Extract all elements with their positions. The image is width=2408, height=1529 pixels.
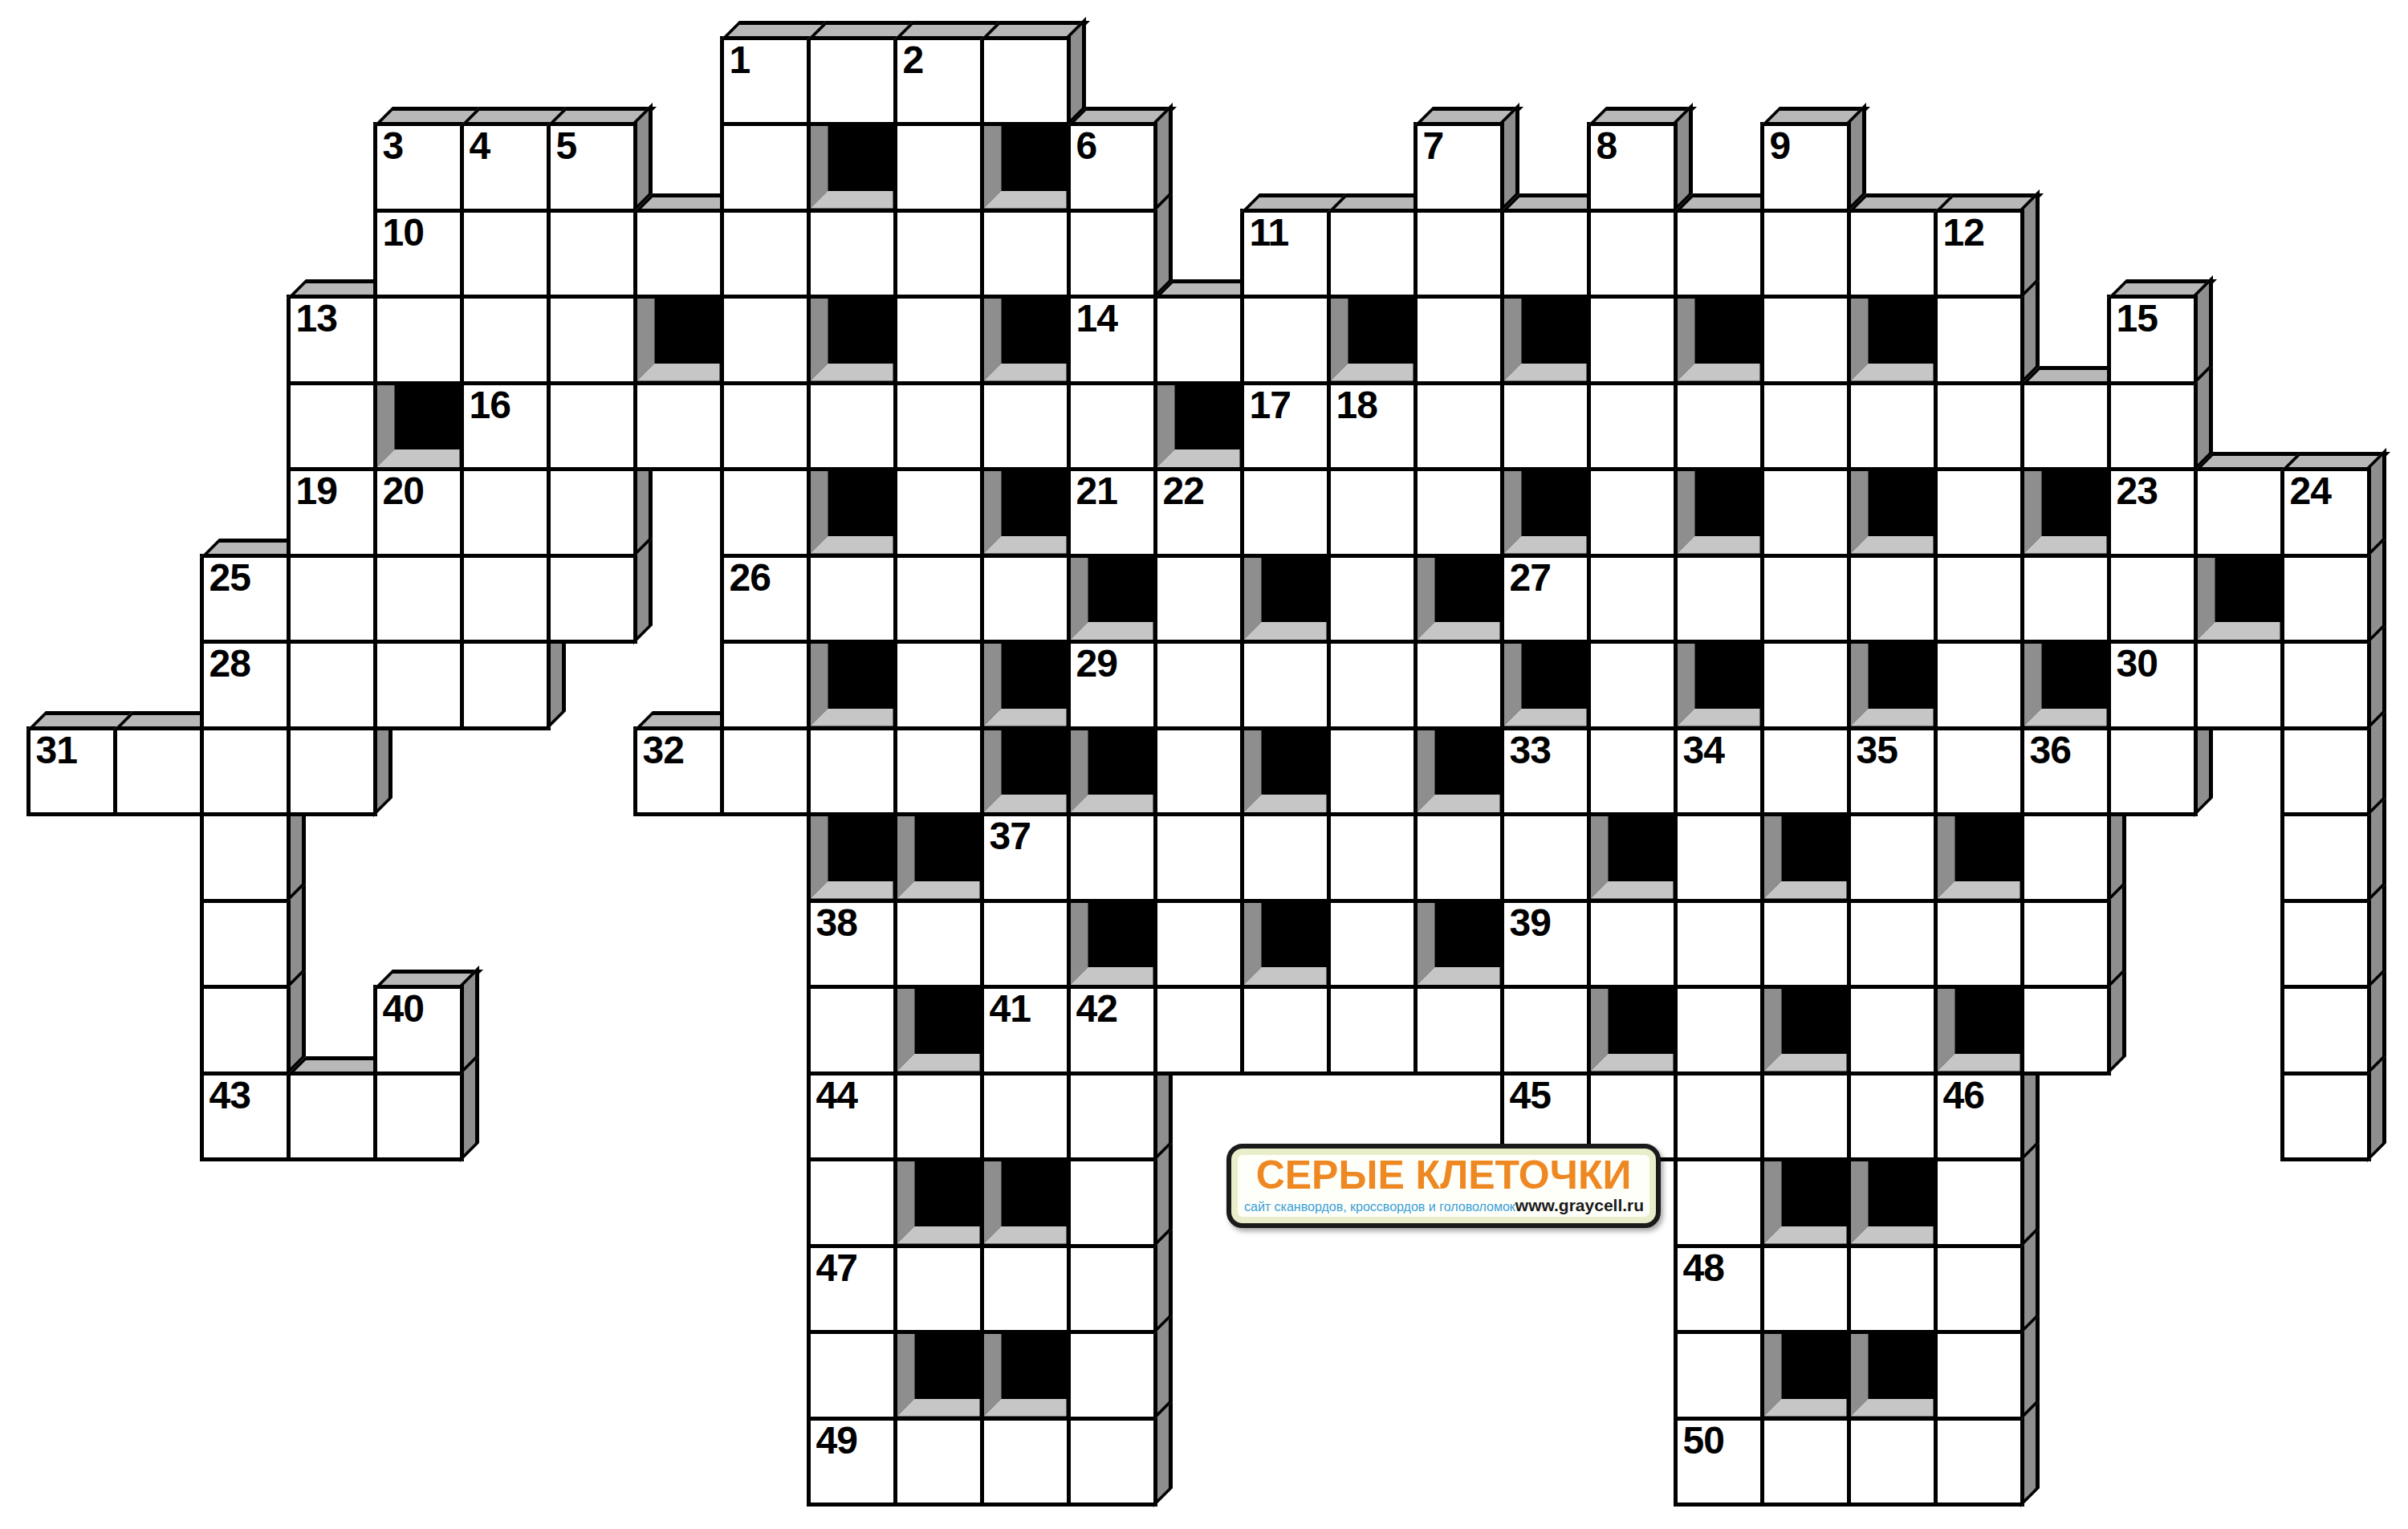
white-cell[interactable] [1153,812,1244,903]
white-cell[interactable] [893,381,984,472]
clue-number: 31 [36,731,77,771]
white-cell[interactable] [2020,812,2111,903]
clue-number: 46 [1943,1076,1984,1116]
white-cell[interactable]: 18 [1327,381,1418,472]
white-cell[interactable] [2020,381,2111,472]
white-cell[interactable] [1847,554,1938,645]
white-cell[interactable] [1934,1330,2024,1421]
clue-number: 17 [1250,386,1291,425]
white-cell[interactable] [893,1417,984,1507]
white-cell[interactable] [980,899,1071,990]
black-cell [893,1157,984,1248]
white-cell[interactable] [200,726,291,817]
white-cell[interactable] [1847,812,1938,903]
white-cell[interactable] [633,381,724,472]
clue-number: 1 [730,41,750,80]
white-cell[interactable] [1153,640,1244,730]
white-cell[interactable] [1587,209,1678,299]
clue-number: 12 [1943,213,1984,253]
white-cell[interactable] [1153,295,1244,385]
white-cell[interactable]: 44 [807,1072,897,1162]
white-cell[interactable] [807,985,897,1076]
white-cell[interactable] [807,1330,897,1421]
black-cell [2194,554,2284,645]
white-cell[interactable] [1500,209,1591,299]
clue-number: 16 [470,386,510,425]
white-cell[interactable]: 38 [807,899,897,990]
white-cell[interactable]: 13 [287,295,377,385]
white-cell[interactable] [287,726,377,817]
clue-number: 19 [296,472,337,511]
white-cell[interactable] [1934,640,2024,730]
white-cell[interactable] [2280,812,2371,903]
white-cell[interactable]: 17 [1240,381,1331,472]
white-cell[interactable] [2280,554,2371,645]
white-cell[interactable] [1240,812,1331,903]
white-cell[interactable] [893,640,984,730]
white-cell[interactable] [287,381,377,472]
black-cell [1847,1330,1938,1421]
white-cell[interactable] [1067,1417,1157,1507]
white-cell[interactable] [893,899,984,990]
page: { "game": "crossword (Russian numbered c… [0,0,2408,1529]
white-cell[interactable] [1760,640,1851,730]
white-cell[interactable]: 34 [1674,726,1764,817]
white-cell[interactable]: 32 [633,726,724,817]
white-cell[interactable] [1760,899,1851,990]
white-cell[interactable]: 12 [1934,209,2024,299]
white-cell[interactable] [1760,1244,1851,1335]
black-cell [1500,467,1591,558]
white-cell[interactable]: 27 [1500,554,1591,645]
white-cell[interactable] [1240,985,1331,1076]
black-cell [2020,467,2111,558]
clue-number: 14 [1076,299,1117,339]
white-cell[interactable] [1934,1244,2024,1335]
black-cell [893,1330,984,1421]
white-cell[interactable] [1500,985,1591,1076]
white-cell[interactable] [980,554,1071,645]
white-cell[interactable] [2194,467,2284,558]
white-cell[interactable] [1674,554,1764,645]
white-cell[interactable] [113,726,204,817]
white-cell[interactable] [1413,381,1504,472]
black-cell [1760,812,1851,903]
white-cell[interactable] [1587,467,1678,558]
white-cell[interactable]: 43 [200,1072,291,1162]
black-cell [980,1157,1071,1248]
black-cell [373,381,464,472]
white-cell[interactable] [1674,1330,1764,1421]
white-cell[interactable] [1934,295,2024,385]
white-cell[interactable] [980,1244,1071,1335]
black-cell [1413,554,1504,645]
white-cell[interactable] [1587,899,1678,990]
white-cell[interactable] [1587,554,1678,645]
white-cell[interactable]: 20 [373,467,464,558]
black-cell [980,122,1071,213]
white-cell[interactable] [980,209,1071,299]
white-cell[interactable] [1934,1417,2024,1507]
white-cell[interactable] [2020,899,2111,990]
white-cell[interactable] [1153,554,1244,645]
white-cell[interactable]: 8 [1587,122,1678,213]
white-cell[interactable] [1067,381,1157,472]
clue-number: 49 [816,1421,857,1461]
clue-number: 27 [1510,559,1551,598]
black-cell [1760,1330,1851,1421]
white-cell[interactable] [1760,1072,1851,1162]
white-cell[interactable]: 5 [547,122,637,213]
white-cell[interactable] [807,554,897,645]
white-cell[interactable] [287,1072,377,1162]
white-cell[interactable] [2280,985,2371,1076]
white-cell[interactable]: 3 [373,122,464,213]
white-cell[interactable] [893,209,984,299]
black-cell [1587,812,1678,903]
white-cell[interactable] [893,1244,984,1335]
white-cell[interactable]: 19 [287,467,377,558]
black-cell [1067,726,1157,817]
white-cell[interactable] [1587,295,1678,385]
white-cell[interactable] [1327,209,1418,299]
clue-number: 42 [1076,990,1117,1029]
white-cell[interactable] [1847,1417,1938,1507]
white-cell[interactable]: 1 [720,36,811,127]
white-cell[interactable]: 30 [2107,640,2198,730]
white-cell[interactable] [720,295,811,385]
white-cell[interactable] [1240,467,1331,558]
clue-number: 48 [1683,1249,1724,1288]
clue-number: 10 [383,213,424,253]
white-cell[interactable]: 46 [1934,1072,2024,1162]
black-cell [1500,295,1591,385]
black-cell [1067,899,1157,990]
white-cell[interactable] [1847,1072,1938,1162]
white-cell[interactable] [460,640,551,730]
white-cell[interactable] [2280,1072,2371,1162]
clue-number: 40 [383,990,424,1029]
black-cell [1934,812,2024,903]
black-cell [633,295,724,385]
clue-number: 47 [816,1249,857,1288]
white-cell[interactable] [547,295,637,385]
white-cell[interactable] [1760,554,1851,645]
white-cell[interactable]: 36 [2020,726,2111,817]
black-cell [1847,640,1938,730]
white-cell[interactable] [1067,1330,1157,1421]
white-cell[interactable]: 37 [980,812,1071,903]
white-cell[interactable] [1934,467,2024,558]
white-cell[interactable] [1760,295,1851,385]
white-cell[interactable] [720,122,811,213]
white-cell[interactable] [1847,899,1938,990]
white-cell[interactable]: 29 [1067,640,1157,730]
white-cell[interactable]: 49 [807,1417,897,1507]
white-cell[interactable]: 6 [1067,122,1157,213]
white-cell[interactable] [1674,899,1764,990]
white-cell[interactable] [893,726,984,817]
clue-number: 50 [1683,1421,1724,1461]
white-cell[interactable] [1413,640,1504,730]
clue-number: 26 [730,559,771,598]
white-cell[interactable] [720,209,811,299]
white-cell[interactable] [720,467,811,558]
black-cell [807,812,897,903]
white-cell[interactable] [373,554,464,645]
white-cell[interactable] [807,381,897,472]
clue-number: 21 [1076,472,1117,511]
white-cell[interactable] [1240,295,1331,385]
white-cell[interactable] [1240,640,1331,730]
graycell-logo: СЕРЫЕ КЛЕТОЧКИ сайт сканвордов, кроссвор… [1226,1144,1661,1228]
white-cell[interactable] [1327,726,1418,817]
white-cell[interactable] [807,1157,897,1248]
white-cell[interactable] [2020,554,2111,645]
clue-number: 34 [1683,731,1724,771]
white-cell[interactable]: 14 [1067,295,1157,385]
white-cell[interactable] [1760,1417,1851,1507]
white-cell[interactable] [1674,812,1764,903]
white-cell[interactable] [460,209,551,299]
white-cell[interactable] [893,122,984,213]
black-cell [1500,640,1591,730]
white-cell[interactable]: 4 [460,122,551,213]
white-cell[interactable]: 47 [807,1244,897,1335]
white-cell[interactable]: 42 [1067,985,1157,1076]
logo-subtitle: сайт сканвордов, кроссвордов и головолом… [1244,1200,1515,1214]
black-cell [1847,467,1938,558]
black-cell [807,467,897,558]
white-cell[interactable] [893,554,984,645]
black-cell [1674,295,1764,385]
white-cell[interactable] [2020,985,2111,1076]
clue-number: 35 [1857,731,1898,771]
white-cell[interactable] [893,295,984,385]
white-cell[interactable]: 24 [2280,467,2371,558]
white-cell[interactable] [1587,726,1678,817]
white-cell[interactable]: 10 [373,209,464,299]
white-cell[interactable] [633,209,724,299]
clue-number: 2 [903,41,924,80]
white-cell[interactable] [547,467,637,558]
white-cell[interactable]: 2 [893,36,984,127]
black-cell [1413,726,1504,817]
white-cell[interactable] [980,36,1071,127]
white-cell[interactable] [980,1417,1071,1507]
white-cell[interactable] [460,467,551,558]
white-cell[interactable] [287,554,377,645]
black-cell [1847,295,1938,385]
black-cell [807,640,897,730]
white-cell[interactable] [1934,899,2024,990]
white-cell[interactable] [460,554,551,645]
white-cell[interactable]: 28 [200,640,291,730]
black-cell [1760,985,1851,1076]
white-cell[interactable] [1760,209,1851,299]
clue-number: 25 [209,559,250,598]
white-cell[interactable] [2107,381,2198,472]
white-cell[interactable]: 35 [1847,726,1938,817]
white-cell[interactable] [1153,899,1244,990]
black-cell [807,122,897,213]
white-cell[interactable] [1674,985,1764,1076]
clue-number: 39 [1510,904,1551,943]
clue-number: 45 [1510,1076,1551,1116]
clue-number: 4 [470,127,490,166]
white-cell[interactable]: 21 [1067,467,1157,558]
clue-number: 32 [643,731,684,771]
white-cell[interactable]: 26 [720,554,811,645]
black-cell [1240,899,1331,990]
white-cell[interactable] [200,985,291,1076]
white-cell[interactable] [1067,1244,1157,1335]
white-cell[interactable] [1327,640,1418,730]
white-cell[interactable]: 40 [373,985,464,1076]
clue-number: 3 [383,127,404,166]
white-cell[interactable] [287,640,377,730]
white-cell[interactable] [1934,1157,2024,1248]
white-cell[interactable] [2280,640,2371,730]
white-cell[interactable] [980,381,1071,472]
white-cell[interactable] [1934,381,2024,472]
white-cell[interactable] [1500,812,1591,903]
white-cell[interactable] [1847,1244,1938,1335]
white-cell[interactable] [1067,812,1157,903]
white-cell[interactable] [1067,1072,1157,1162]
white-cell[interactable]: 25 [200,554,291,645]
black-cell [893,985,984,1076]
clue-number: 8 [1597,127,1617,166]
white-cell[interactable] [720,640,811,730]
white-cell[interactable] [1674,1157,1764,1248]
clue-number: 36 [2030,731,2071,771]
logo-title: СЕРЫЕ КЛЕТОЧКИ [1256,1155,1632,1195]
white-cell[interactable] [1413,812,1504,903]
white-cell[interactable] [1327,467,1418,558]
white-cell[interactable]: 50 [1674,1417,1764,1507]
white-cell[interactable] [807,726,897,817]
black-cell [1674,640,1764,730]
white-cell[interactable] [373,640,464,730]
black-cell [1240,554,1331,645]
white-cell[interactable] [1674,209,1764,299]
white-cell[interactable] [980,1072,1071,1162]
white-cell[interactable] [1153,726,1244,817]
white-cell[interactable] [547,381,637,472]
black-cell [1327,295,1418,385]
white-cell[interactable]: 7 [1413,122,1504,213]
white-cell[interactable] [1674,381,1764,472]
white-cell[interactable] [1500,381,1591,472]
white-cell[interactable] [2107,554,2198,645]
clue-number: 15 [2117,299,2158,339]
white-cell[interactable] [460,295,551,385]
white-cell[interactable] [1760,381,1851,472]
black-cell [980,467,1071,558]
white-cell[interactable] [547,554,637,645]
clue-number: 9 [1770,127,1791,166]
white-cell[interactable] [893,467,984,558]
white-cell[interactable]: 48 [1674,1244,1764,1335]
clue-number: 30 [2117,645,2158,684]
black-cell [1760,1157,1851,1248]
white-cell[interactable] [1413,209,1504,299]
black-cell [1587,985,1678,1076]
white-cell[interactable] [1413,985,1504,1076]
white-cell[interactable] [1067,1157,1157,1248]
white-cell[interactable] [1587,640,1678,730]
white-cell[interactable] [1934,554,2024,645]
white-cell[interactable] [1327,554,1418,645]
white-cell[interactable] [1413,467,1504,558]
white-cell[interactable] [720,726,811,817]
black-cell [2020,640,2111,730]
black-cell [1413,899,1504,990]
white-cell[interactable] [1847,985,1938,1076]
white-cell[interactable]: 31 [26,726,117,817]
white-cell[interactable]: 23 [2107,467,2198,558]
clue-number: 22 [1163,472,1204,511]
white-cell[interactable] [1847,209,1938,299]
white-cell[interactable] [373,295,464,385]
white-cell[interactable]: 9 [1760,122,1851,213]
white-cell[interactable] [720,381,811,472]
white-cell[interactable] [1760,726,1851,817]
white-cell[interactable]: 11 [1240,209,1331,299]
white-cell[interactable] [1847,381,1938,472]
white-cell[interactable]: 33 [1500,726,1591,817]
white-cell[interactable] [2280,899,2371,990]
white-cell[interactable] [2107,726,2198,817]
white-cell[interactable] [1934,726,2024,817]
black-cell [980,295,1071,385]
black-cell [980,726,1071,817]
white-cell[interactable] [1587,381,1678,472]
white-cell[interactable] [2280,726,2371,817]
black-cell [807,295,897,385]
black-cell [893,812,984,903]
white-cell[interactable] [1760,467,1851,558]
black-cell [1674,467,1764,558]
white-cell[interactable] [200,899,291,990]
white-cell[interactable] [2194,640,2284,730]
white-cell[interactable] [200,812,291,903]
white-cell[interactable] [373,1072,464,1162]
white-cell[interactable] [1153,985,1244,1076]
clue-number: 37 [990,817,1031,856]
white-cell[interactable] [547,209,637,299]
white-cell[interactable] [807,209,897,299]
white-cell[interactable] [1327,899,1418,990]
black-cell [1240,726,1331,817]
white-cell[interactable]: 16 [460,381,551,472]
white-cell[interactable]: 15 [2107,295,2198,385]
white-cell[interactable] [1067,209,1157,299]
crossword-board: 4950474843444546404142383937313233343536… [28,38,2369,1505]
white-cell[interactable] [807,36,897,127]
white-cell[interactable] [1413,295,1504,385]
white-cell[interactable] [893,1072,984,1162]
white-cell[interactable]: 41 [980,985,1071,1076]
white-cell[interactable] [1674,1072,1764,1162]
clue-number: 13 [296,299,337,339]
white-cell[interactable] [1327,812,1418,903]
white-cell[interactable]: 39 [1500,899,1591,990]
white-cell[interactable] [1327,985,1418,1076]
clue-number: 33 [1510,731,1551,771]
white-cell[interactable]: 22 [1153,467,1244,558]
